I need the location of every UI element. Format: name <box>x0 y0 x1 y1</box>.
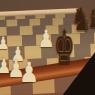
square-e2 <box>76 73 95 93</box>
white-pawn-d5: ♟ <box>37 27 54 51</box>
chess-set-photo: ♟♟♟♟♟♟♚♞♝ <box>0 0 95 95</box>
square-g4 <box>90 43 95 57</box>
white-pawn-a5: ♟ <box>0 35 9 52</box>
square-f4 <box>74 44 91 58</box>
square-c6 <box>20 26 33 35</box>
white-pawn-c2: ♟ <box>19 59 39 87</box>
square-h5 <box>94 32 95 43</box>
black-bishop-h6: ♝ <box>86 7 95 31</box>
